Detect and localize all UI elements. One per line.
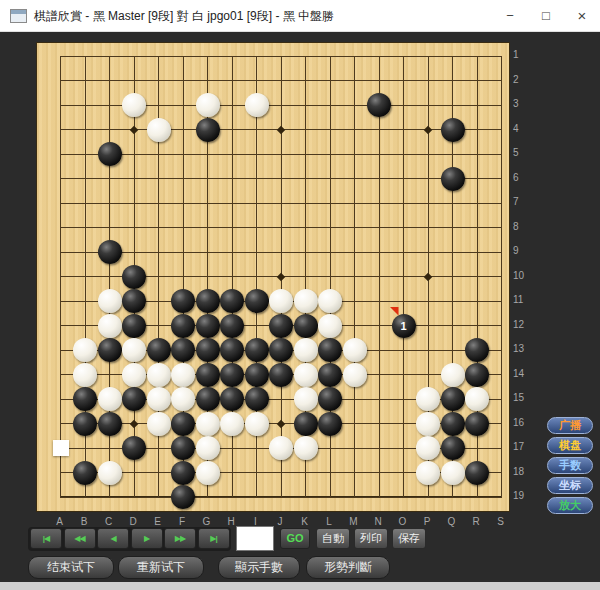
black-stone	[73, 412, 97, 436]
black-stone	[465, 412, 489, 436]
black-stone	[318, 363, 342, 387]
row-coordinate: 15	[513, 392, 531, 403]
black-stone	[147, 338, 171, 362]
row-coordinate: 4	[513, 123, 531, 134]
black-stone	[122, 289, 146, 313]
white-stone	[147, 412, 171, 436]
maximize-button[interactable]: □	[528, 0, 564, 32]
black-stone	[441, 167, 465, 191]
move-number-label: 1	[392, 319, 416, 333]
white-stone	[245, 93, 269, 117]
black-stone	[98, 142, 122, 166]
black-stone	[98, 240, 122, 264]
window-title: 棋譜欣賞 - 黑 Master [9段] 對 白 jpgo01 [9段] - 黑…	[34, 8, 334, 25]
black-stone	[245, 387, 269, 411]
column-coordinate: C	[97, 516, 121, 527]
white-stone	[122, 338, 146, 362]
row-coordinate: 16	[513, 417, 531, 428]
black-stone	[220, 363, 244, 387]
black-stone	[318, 412, 342, 436]
row-coordinate: 2	[513, 74, 531, 85]
black-stone	[196, 363, 220, 387]
row-coordinate: 13	[513, 343, 531, 354]
white-stone	[196, 93, 220, 117]
black-stone	[220, 338, 244, 362]
row-coordinate: 10	[513, 270, 531, 281]
column-coordinate: N	[366, 516, 390, 527]
black-stone	[73, 461, 97, 485]
column-coordinate: M	[342, 516, 366, 527]
white-stone	[171, 387, 195, 411]
white-stone	[196, 436, 220, 460]
toolbar-button-2[interactable]: 列印	[354, 528, 388, 549]
column-coordinate: O	[391, 516, 415, 527]
black-stone	[122, 265, 146, 289]
black-stone: 1	[392, 314, 416, 338]
white-stone	[122, 93, 146, 117]
grid-line-v	[501, 56, 502, 498]
black-stone	[98, 338, 122, 362]
white-stone	[98, 461, 122, 485]
white-stone	[147, 118, 171, 142]
grid-line-h	[60, 497, 502, 498]
black-stone	[245, 338, 269, 362]
go-board[interactable]: 1	[36, 42, 510, 512]
playback-nav-group: |◀◀◀◀▶▶▶▶|	[28, 527, 231, 551]
bottom-button-2[interactable]: 重新试下	[118, 556, 204, 579]
black-stone	[196, 118, 220, 142]
black-stone	[245, 363, 269, 387]
black-stone	[294, 314, 318, 338]
nav-fast-back-button[interactable]: ◀◀	[64, 528, 96, 549]
black-stone	[269, 338, 293, 362]
app-icon	[10, 9, 27, 23]
square-marker	[53, 440, 69, 456]
side-button-4[interactable]: 坐标	[547, 477, 593, 494]
black-stone	[245, 289, 269, 313]
black-stone	[441, 118, 465, 142]
white-stone	[147, 363, 171, 387]
white-stone	[416, 412, 440, 436]
side-button-5[interactable]: 放大	[547, 497, 593, 514]
row-coordinate: 8	[513, 221, 531, 232]
black-stone	[171, 338, 195, 362]
black-stone	[220, 314, 244, 338]
go-button[interactable]: GO	[280, 528, 310, 549]
white-stone	[294, 363, 318, 387]
black-stone	[73, 387, 97, 411]
column-coordinate: K	[293, 516, 317, 527]
nav-last-button[interactable]: ▶|	[198, 528, 230, 549]
white-stone	[318, 314, 342, 338]
column-coordinate: A	[48, 516, 72, 527]
black-stone	[171, 485, 195, 509]
white-stone	[416, 436, 440, 460]
nav-forward-button[interactable]: ▶	[131, 528, 163, 549]
bottom-button-4[interactable]: 形勢判斷	[306, 556, 390, 579]
black-stone	[318, 338, 342, 362]
app-window: 棋譜欣賞 - 黑 Master [9段] 對 白 jpgo01 [9段] - 黑…	[0, 0, 600, 590]
black-stone	[122, 314, 146, 338]
row-coordinate: 1	[513, 49, 531, 60]
black-stone	[220, 289, 244, 313]
close-button[interactable]: ×	[564, 0, 600, 32]
row-coordinate: 12	[513, 319, 531, 330]
nav-first-button[interactable]: |◀	[30, 528, 62, 549]
black-stone	[171, 289, 195, 313]
black-stone	[441, 436, 465, 460]
side-button-1[interactable]: 广播	[547, 417, 593, 434]
black-stone	[196, 289, 220, 313]
black-stone	[441, 412, 465, 436]
nav-fast-forward-button[interactable]: ▶▶	[164, 528, 196, 549]
column-coordinate: Q	[440, 516, 464, 527]
column-coordinate: E	[146, 516, 170, 527]
black-stone	[122, 436, 146, 460]
black-stone	[171, 314, 195, 338]
white-stone	[171, 363, 195, 387]
white-stone	[98, 387, 122, 411]
white-stone	[196, 412, 220, 436]
black-stone	[98, 412, 122, 436]
white-stone	[416, 387, 440, 411]
minimize-button[interactable]: −	[492, 0, 528, 32]
white-stone	[441, 461, 465, 485]
white-stone	[269, 436, 293, 460]
row-coordinate: 9	[513, 245, 531, 256]
column-coordinate: B	[72, 516, 96, 527]
white-stone	[465, 387, 489, 411]
window-bottom-edge	[0, 582, 600, 590]
black-stone	[122, 387, 146, 411]
black-stone	[367, 93, 391, 117]
side-button-2[interactable]: 棋盘	[547, 437, 593, 454]
white-stone	[294, 338, 318, 362]
bottom-button-1[interactable]: 结束试下	[28, 556, 114, 579]
black-stone	[171, 461, 195, 485]
toolbar-button-1[interactable]: 自動	[316, 528, 350, 549]
row-coordinate: 5	[513, 147, 531, 158]
white-stone	[318, 289, 342, 313]
column-coordinate: F	[170, 516, 194, 527]
white-stone	[343, 338, 367, 362]
white-stone	[122, 363, 146, 387]
grid-line-v	[379, 56, 380, 498]
black-stone	[269, 363, 293, 387]
nav-back-button[interactable]: ◀	[97, 528, 129, 549]
row-coordinate: 7	[513, 196, 531, 207]
black-stone	[269, 314, 293, 338]
toolbar-button-3[interactable]: 保存	[392, 528, 426, 549]
black-stone	[196, 314, 220, 338]
black-stone	[196, 338, 220, 362]
white-stone	[147, 387, 171, 411]
black-stone	[196, 387, 220, 411]
white-stone	[416, 461, 440, 485]
black-stone	[441, 387, 465, 411]
column-coordinate: P	[415, 516, 439, 527]
white-stone	[245, 412, 269, 436]
move-number-input[interactable]	[236, 526, 274, 551]
row-coordinate: 19	[513, 490, 531, 501]
bottom-button-3[interactable]: 顯示手數	[218, 556, 300, 579]
white-stone	[294, 436, 318, 460]
white-stone	[73, 338, 97, 362]
black-stone	[171, 436, 195, 460]
column-coordinate: S	[489, 516, 513, 527]
white-stone	[73, 363, 97, 387]
white-stone	[343, 363, 367, 387]
column-coordinate: G	[195, 516, 219, 527]
main-area: 1 12345678910111213141516171819ABCDEFGHI…	[0, 32, 600, 582]
black-stone	[220, 387, 244, 411]
title-bar: 棋譜欣賞 - 黑 Master [9段] 對 白 jpgo01 [9段] - 黑…	[0, 0, 600, 32]
row-coordinate: 14	[513, 368, 531, 379]
column-coordinate: D	[121, 516, 145, 527]
row-coordinate: 17	[513, 441, 531, 452]
black-stone	[294, 412, 318, 436]
column-coordinate: L	[317, 516, 341, 527]
white-stone	[98, 289, 122, 313]
black-stone	[465, 363, 489, 387]
white-stone	[294, 289, 318, 313]
black-stone	[465, 461, 489, 485]
grid-line-v	[403, 56, 404, 498]
white-stone	[441, 363, 465, 387]
black-stone	[171, 412, 195, 436]
grid-line-v	[354, 56, 355, 498]
row-coordinate: 11	[513, 294, 531, 305]
white-stone	[220, 412, 244, 436]
row-coordinate: 18	[513, 466, 531, 477]
white-stone	[196, 461, 220, 485]
white-stone	[98, 314, 122, 338]
black-stone	[465, 338, 489, 362]
black-stone	[318, 387, 342, 411]
row-coordinate: 6	[513, 172, 531, 183]
white-stone	[294, 387, 318, 411]
column-coordinate: R	[464, 516, 488, 527]
side-button-3[interactable]: 手数	[547, 457, 593, 474]
row-coordinate: 3	[513, 98, 531, 109]
white-stone	[269, 289, 293, 313]
